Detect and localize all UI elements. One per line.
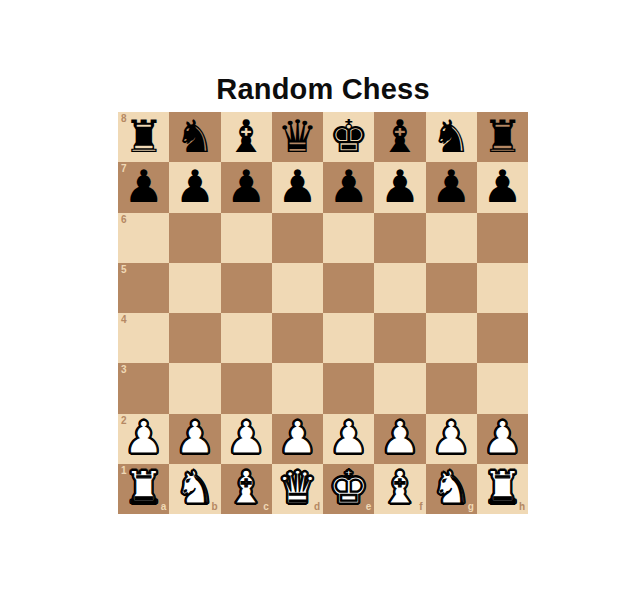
- square-d7[interactable]: ♟: [272, 162, 323, 212]
- square-d4[interactable]: [272, 313, 323, 363]
- square-g6[interactable]: [426, 213, 477, 263]
- square-b8[interactable]: ♞: [169, 112, 220, 162]
- piece-white-pawn[interactable]: ♟: [380, 415, 420, 460]
- square-e4[interactable]: [323, 313, 374, 363]
- piece-black-pawn[interactable]: ♟: [328, 164, 368, 209]
- square-g3[interactable]: [426, 363, 477, 413]
- square-d6[interactable]: [272, 213, 323, 263]
- square-h6[interactable]: [477, 213, 528, 263]
- rank-label-4: 4: [121, 315, 127, 325]
- square-b2[interactable]: ♟: [169, 414, 220, 464]
- square-c3[interactable]: [221, 363, 272, 413]
- square-e8[interactable]: ♚: [323, 112, 374, 162]
- piece-black-king[interactable]: ♚: [328, 114, 368, 159]
- square-f5[interactable]: [374, 263, 425, 313]
- square-c5[interactable]: [221, 263, 272, 313]
- piece-black-queen[interactable]: ♛: [277, 114, 317, 159]
- piece-black-pawn[interactable]: ♟: [482, 164, 522, 209]
- piece-white-bishop[interactable]: ♝: [380, 465, 420, 510]
- square-e6[interactable]: [323, 213, 374, 263]
- square-d8[interactable]: ♛: [272, 112, 323, 162]
- chess-board: 8♜♞♝♛♚♝♞♜7♟♟♟♟♟♟♟♟65432♟♟♟♟♟♟♟♟1a♜b♞c♝d♛…: [118, 112, 528, 514]
- square-b1[interactable]: b♞: [169, 464, 220, 514]
- square-e3[interactable]: [323, 363, 374, 413]
- square-a1[interactable]: 1a♜: [118, 464, 169, 514]
- square-g2[interactable]: ♟: [426, 414, 477, 464]
- square-c2[interactable]: ♟: [221, 414, 272, 464]
- square-b4[interactable]: [169, 313, 220, 363]
- square-h7[interactable]: ♟: [477, 162, 528, 212]
- square-c4[interactable]: [221, 313, 272, 363]
- piece-black-pawn[interactable]: ♟: [431, 164, 471, 209]
- square-g4[interactable]: [426, 313, 477, 363]
- piece-white-pawn[interactable]: ♟: [482, 415, 522, 460]
- piece-white-king[interactable]: ♚: [328, 465, 368, 510]
- piece-white-bishop[interactable]: ♝: [226, 465, 266, 510]
- square-b5[interactable]: [169, 263, 220, 313]
- square-h2[interactable]: ♟: [477, 414, 528, 464]
- square-c6[interactable]: [221, 213, 272, 263]
- piece-white-rook[interactable]: ♜: [482, 465, 522, 510]
- square-g7[interactable]: ♟: [426, 162, 477, 212]
- square-a3[interactable]: 3: [118, 363, 169, 413]
- square-a5[interactable]: 5: [118, 263, 169, 313]
- square-b7[interactable]: ♟: [169, 162, 220, 212]
- piece-white-knight[interactable]: ♞: [431, 465, 471, 510]
- square-e5[interactable]: [323, 263, 374, 313]
- square-e2[interactable]: ♟: [323, 414, 374, 464]
- piece-white-pawn[interactable]: ♟: [175, 415, 215, 460]
- square-e1[interactable]: e♚: [323, 464, 374, 514]
- square-f4[interactable]: [374, 313, 425, 363]
- piece-black-bishop[interactable]: ♝: [226, 114, 266, 159]
- square-f3[interactable]: [374, 363, 425, 413]
- square-a4[interactable]: 4: [118, 313, 169, 363]
- square-h5[interactable]: [477, 263, 528, 313]
- square-g5[interactable]: [426, 263, 477, 313]
- square-a7[interactable]: 7♟: [118, 162, 169, 212]
- piece-black-knight[interactable]: ♞: [175, 114, 215, 159]
- piece-black-bishop[interactable]: ♝: [380, 114, 420, 159]
- piece-black-pawn[interactable]: ♟: [123, 164, 163, 209]
- square-d1[interactable]: d♛: [272, 464, 323, 514]
- piece-black-rook[interactable]: ♜: [482, 114, 522, 159]
- square-c7[interactable]: ♟: [221, 162, 272, 212]
- square-b3[interactable]: [169, 363, 220, 413]
- piece-white-pawn[interactable]: ♟: [431, 415, 471, 460]
- piece-white-knight[interactable]: ♞: [175, 465, 215, 510]
- square-h3[interactable]: [477, 363, 528, 413]
- page-title: Random Chess: [118, 73, 528, 106]
- square-d2[interactable]: ♟: [272, 414, 323, 464]
- piece-black-pawn[interactable]: ♟: [277, 164, 317, 209]
- rank-label-3: 3: [121, 365, 127, 375]
- square-b6[interactable]: [169, 213, 220, 263]
- square-h4[interactable]: [477, 313, 528, 363]
- square-f2[interactable]: ♟: [374, 414, 425, 464]
- piece-black-pawn[interactable]: ♟: [226, 164, 266, 209]
- square-h8[interactable]: ♜: [477, 112, 528, 162]
- square-f6[interactable]: [374, 213, 425, 263]
- square-d3[interactable]: [272, 363, 323, 413]
- square-a2[interactable]: 2♟: [118, 414, 169, 464]
- square-e7[interactable]: ♟: [323, 162, 374, 212]
- square-h1[interactable]: h♜: [477, 464, 528, 514]
- piece-black-pawn[interactable]: ♟: [380, 164, 420, 209]
- square-f8[interactable]: ♝: [374, 112, 425, 162]
- square-c8[interactable]: ♝: [221, 112, 272, 162]
- square-g1[interactable]: g♞: [426, 464, 477, 514]
- piece-black-pawn[interactable]: ♟: [175, 164, 215, 209]
- piece-black-rook[interactable]: ♜: [123, 114, 163, 159]
- piece-white-pawn[interactable]: ♟: [123, 415, 163, 460]
- piece-white-rook[interactable]: ♜: [123, 465, 163, 510]
- square-f7[interactable]: ♟: [374, 162, 425, 212]
- square-g8[interactable]: ♞: [426, 112, 477, 162]
- square-a6[interactable]: 6: [118, 213, 169, 263]
- piece-white-pawn[interactable]: ♟: [226, 415, 266, 460]
- piece-black-knight[interactable]: ♞: [431, 114, 471, 159]
- square-f1[interactable]: f♝: [374, 464, 425, 514]
- piece-white-pawn[interactable]: ♟: [277, 415, 317, 460]
- rank-label-5: 5: [121, 265, 127, 275]
- square-d5[interactable]: [272, 263, 323, 313]
- piece-white-pawn[interactable]: ♟: [328, 415, 368, 460]
- square-c1[interactable]: c♝: [221, 464, 272, 514]
- square-a8[interactable]: 8♜: [118, 112, 169, 162]
- rank-label-6: 6: [121, 215, 127, 225]
- piece-white-queen[interactable]: ♛: [277, 465, 317, 510]
